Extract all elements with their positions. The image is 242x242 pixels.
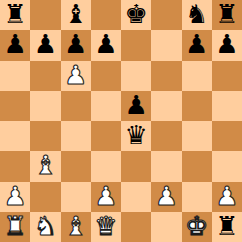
square-d5[interactable]	[91, 91, 121, 121]
square-f7[interactable]	[151, 30, 181, 60]
white-bishop-piece: ♝	[34, 151, 57, 180]
chess-board-container: ♜♝♚♞♜♟♟♟♟♟♟♟♟♛♝♟♟♟♟♜♞♝♛♚♜	[0, 0, 242, 242]
square-e4[interactable]: ♛	[121, 121, 151, 151]
square-a3[interactable]	[0, 151, 30, 181]
square-g6[interactable]	[182, 61, 212, 91]
square-e5[interactable]: ♟	[121, 91, 151, 121]
black-rook-piece: ♜	[215, 212, 238, 241]
square-c3[interactable]	[61, 151, 91, 181]
square-c1[interactable]: ♝	[61, 212, 91, 242]
square-h2[interactable]: ♟	[212, 182, 242, 212]
square-f2[interactable]: ♟	[151, 182, 181, 212]
square-e7[interactable]	[121, 30, 151, 60]
white-pawn-piece: ♟	[3, 182, 26, 211]
square-f1[interactable]	[151, 212, 181, 242]
square-a4[interactable]	[0, 121, 30, 151]
square-a1[interactable]: ♜	[0, 212, 30, 242]
square-d6[interactable]	[91, 61, 121, 91]
black-pawn-piece: ♟	[215, 30, 238, 59]
black-bishop-piece: ♝	[64, 0, 87, 29]
square-a5[interactable]	[0, 91, 30, 121]
square-e6[interactable]	[121, 61, 151, 91]
white-pawn-piece: ♟	[64, 61, 87, 90]
square-b3[interactable]: ♝	[30, 151, 60, 181]
white-king-piece: ♚	[185, 212, 208, 241]
square-f4[interactable]	[151, 121, 181, 151]
black-knight-piece: ♞	[185, 0, 208, 29]
square-b6[interactable]	[30, 61, 60, 91]
square-c4[interactable]	[61, 121, 91, 151]
square-b4[interactable]	[30, 121, 60, 151]
black-king-piece: ♚	[124, 0, 147, 29]
square-g1[interactable]: ♚	[182, 212, 212, 242]
white-queen-piece: ♛	[94, 212, 117, 241]
square-d7[interactable]: ♟	[91, 30, 121, 60]
square-d2[interactable]: ♟	[91, 182, 121, 212]
black-pawn-piece: ♟	[64, 30, 87, 59]
white-bishop-piece: ♝	[64, 212, 87, 241]
square-h7[interactable]: ♟	[212, 30, 242, 60]
square-g2[interactable]	[182, 182, 212, 212]
square-f3[interactable]	[151, 151, 181, 181]
white-rook-piece: ♜	[3, 212, 26, 241]
square-f8[interactable]	[151, 0, 181, 30]
square-b2[interactable]	[30, 182, 60, 212]
square-g5[interactable]	[182, 91, 212, 121]
square-c7[interactable]: ♟	[61, 30, 91, 60]
square-h4[interactable]	[212, 121, 242, 151]
square-f6[interactable]	[151, 61, 181, 91]
black-rook-piece: ♜	[215, 0, 238, 29]
square-g4[interactable]	[182, 121, 212, 151]
square-g8[interactable]: ♞	[182, 0, 212, 30]
square-g3[interactable]	[182, 151, 212, 181]
square-d8[interactable]	[91, 0, 121, 30]
square-h8[interactable]: ♜	[212, 0, 242, 30]
square-a2[interactable]: ♟	[0, 182, 30, 212]
square-e8[interactable]: ♚	[121, 0, 151, 30]
black-rook-piece: ♜	[3, 0, 26, 29]
square-a8[interactable]: ♜	[0, 0, 30, 30]
black-pawn-piece: ♟	[185, 30, 208, 59]
square-c5[interactable]	[61, 91, 91, 121]
black-pawn-piece: ♟	[94, 30, 117, 59]
square-h5[interactable]	[212, 91, 242, 121]
square-e1[interactable]	[121, 212, 151, 242]
square-h3[interactable]	[212, 151, 242, 181]
square-b7[interactable]: ♟	[30, 30, 60, 60]
white-pawn-piece: ♟	[215, 182, 238, 211]
square-a7[interactable]: ♟	[0, 30, 30, 60]
square-h1[interactable]: ♜	[212, 212, 242, 242]
square-d3[interactable]	[91, 151, 121, 181]
square-e3[interactable]	[121, 151, 151, 181]
black-pawn-piece: ♟	[124, 91, 147, 120]
white-pawn-piece: ♟	[94, 182, 117, 211]
square-b1[interactable]: ♞	[30, 212, 60, 242]
square-d1[interactable]: ♛	[91, 212, 121, 242]
chess-board: ♜♝♚♞♜♟♟♟♟♟♟♟♟♛♝♟♟♟♟♜♞♝♛♚♜	[0, 0, 242, 242]
white-knight-piece: ♞	[34, 212, 57, 241]
square-f5[interactable]	[151, 91, 181, 121]
black-queen-piece: ♛	[124, 121, 147, 150]
square-b5[interactable]	[30, 91, 60, 121]
square-b8[interactable]	[30, 0, 60, 30]
white-pawn-piece: ♟	[155, 182, 178, 211]
square-a6[interactable]	[0, 61, 30, 91]
square-e2[interactable]	[121, 182, 151, 212]
square-c6[interactable]: ♟	[61, 61, 91, 91]
square-c2[interactable]	[61, 182, 91, 212]
black-pawn-piece: ♟	[3, 30, 26, 59]
square-d4[interactable]	[91, 121, 121, 151]
square-c8[interactable]: ♝	[61, 0, 91, 30]
black-pawn-piece: ♟	[34, 30, 57, 59]
square-g7[interactable]: ♟	[182, 30, 212, 60]
square-h6[interactable]	[212, 61, 242, 91]
